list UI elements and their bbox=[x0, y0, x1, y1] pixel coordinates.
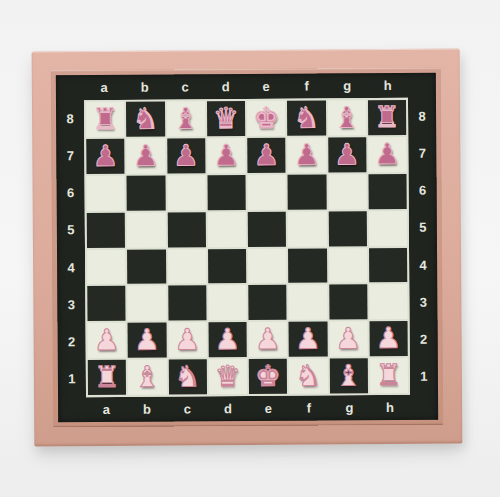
rank-label-3: 3 bbox=[68, 297, 75, 312]
rank-label-4: 4 bbox=[419, 257, 426, 272]
square-a7[interactable]: ♟ bbox=[86, 139, 124, 174]
piece-white-pawn[interactable]: ♟ bbox=[335, 324, 361, 353]
square-f6[interactable] bbox=[288, 174, 326, 209]
piece-black-pawn[interactable]: ♟ bbox=[92, 142, 118, 171]
file-labels-bottom: abcdefgh bbox=[86, 395, 410, 422]
square-f7[interactable]: ♟ bbox=[287, 137, 325, 172]
board-coordinate-margin: abcdefgh 87654321 ♜♞♝♛♚♞♝♜♟♟♟♟♟♟♟♟♟♟♟♟♟♟… bbox=[56, 73, 438, 423]
square-c3[interactable] bbox=[168, 286, 206, 321]
frame-inner-lip: abcdefgh 87654321 ♜♞♝♛♚♞♝♜♟♟♟♟♟♟♟♟♟♟♟♟♟♟… bbox=[51, 68, 443, 428]
rank-label-4: 4 bbox=[67, 260, 74, 275]
piece-white-pawn[interactable]: ♟ bbox=[375, 324, 401, 353]
square-b4[interactable] bbox=[127, 249, 165, 284]
piece-black-pawn[interactable]: ♟ bbox=[334, 140, 360, 169]
piece-white-pawn[interactable]: ♟ bbox=[295, 325, 321, 354]
piece-black-queen[interactable]: ♛ bbox=[213, 104, 239, 133]
rank-label-5: 5 bbox=[67, 223, 74, 238]
file-label-e: e bbox=[248, 401, 289, 416]
piece-black-knight[interactable]: ♞ bbox=[293, 103, 319, 132]
piece-black-pawn[interactable]: ♟ bbox=[133, 141, 159, 170]
file-label-g: g bbox=[329, 400, 370, 415]
square-g3[interactable] bbox=[329, 285, 367, 320]
square-c5[interactable] bbox=[167, 212, 205, 247]
square-a2[interactable]: ♟ bbox=[88, 323, 126, 358]
rank-label-8: 8 bbox=[418, 109, 425, 124]
square-d8[interactable]: ♛ bbox=[207, 101, 245, 136]
piece-black-pawn[interactable]: ♟ bbox=[253, 141, 279, 170]
rank-label-1: 1 bbox=[420, 369, 427, 384]
square-f1[interactable]: ♞ bbox=[289, 359, 327, 394]
rank-label-5: 5 bbox=[419, 220, 426, 235]
square-c8[interactable]: ♝ bbox=[166, 101, 204, 136]
file-label-g: g bbox=[327, 78, 368, 93]
file-label-e: e bbox=[246, 79, 287, 94]
square-d1[interactable]: ♛ bbox=[209, 359, 247, 394]
square-h2[interactable]: ♟ bbox=[369, 321, 407, 356]
square-h3[interactable] bbox=[369, 284, 407, 319]
file-label-a: a bbox=[84, 80, 125, 95]
square-d7[interactable]: ♟ bbox=[207, 138, 245, 173]
square-f8[interactable]: ♞ bbox=[287, 100, 325, 135]
square-a6[interactable] bbox=[86, 176, 124, 211]
square-b7[interactable]: ♟ bbox=[126, 138, 164, 173]
photo-background: abcdefgh 87654321 ♜♞♝♛♚♞♝♜♟♟♟♟♟♟♟♟♟♟♟♟♟♟… bbox=[0, 0, 500, 497]
piece-black-king[interactable]: ♚ bbox=[253, 104, 279, 133]
square-e8[interactable]: ♚ bbox=[247, 101, 285, 136]
piece-white-knight[interactable]: ♞ bbox=[295, 362, 321, 391]
square-b1[interactable]: ♝ bbox=[128, 360, 166, 395]
square-g7[interactable]: ♟ bbox=[328, 137, 366, 172]
file-label-f: f bbox=[289, 400, 330, 415]
square-e6[interactable] bbox=[247, 174, 285, 209]
square-b2[interactable]: ♟ bbox=[128, 323, 166, 358]
square-f2[interactable]: ♟ bbox=[289, 322, 327, 357]
file-label-c: c bbox=[167, 401, 208, 416]
piece-black-pawn[interactable]: ♟ bbox=[213, 141, 239, 170]
square-h5[interactable] bbox=[368, 211, 406, 246]
square-e7[interactable]: ♟ bbox=[247, 138, 285, 173]
piece-black-pawn[interactable]: ♟ bbox=[173, 141, 199, 170]
piece-white-bishop[interactable]: ♝ bbox=[134, 363, 160, 392]
square-e2[interactable]: ♟ bbox=[249, 322, 287, 357]
square-d6[interactable] bbox=[207, 175, 245, 210]
square-d3[interactable] bbox=[208, 285, 246, 320]
piece-white-pawn[interactable]: ♟ bbox=[255, 325, 281, 354]
square-g8[interactable]: ♝ bbox=[327, 100, 365, 135]
square-h6[interactable] bbox=[368, 174, 406, 209]
piece-white-pawn[interactable]: ♟ bbox=[214, 325, 240, 354]
square-e1[interactable]: ♚ bbox=[249, 359, 287, 394]
piece-white-king[interactable]: ♚ bbox=[255, 362, 281, 391]
square-d5[interactable] bbox=[208, 212, 246, 247]
rank-label-2: 2 bbox=[68, 334, 75, 349]
square-g5[interactable] bbox=[328, 211, 366, 246]
square-f5[interactable] bbox=[288, 211, 326, 246]
piece-white-pawn[interactable]: ♟ bbox=[174, 326, 200, 355]
square-c1[interactable]: ♞ bbox=[168, 359, 206, 394]
square-c2[interactable]: ♟ bbox=[168, 323, 206, 358]
square-c4[interactable] bbox=[168, 249, 206, 284]
piece-white-queen[interactable]: ♛ bbox=[215, 362, 241, 391]
square-a5[interactable] bbox=[87, 212, 125, 247]
piece-white-knight[interactable]: ♞ bbox=[174, 362, 200, 391]
square-g2[interactable]: ♟ bbox=[329, 321, 367, 356]
rank-label-3: 3 bbox=[420, 294, 427, 309]
square-e4[interactable] bbox=[248, 248, 286, 283]
piece-white-pawn[interactable]: ♟ bbox=[134, 326, 160, 355]
square-a3[interactable] bbox=[87, 286, 125, 321]
square-h4[interactable] bbox=[369, 247, 407, 282]
file-label-b: b bbox=[127, 402, 168, 417]
board-frame: abcdefgh 87654321 ♜♞♝♛♚♞♝♜♟♟♟♟♟♟♟♟♟♟♟♟♟♟… bbox=[32, 49, 463, 447]
piece-black-pawn[interactable]: ♟ bbox=[294, 140, 320, 169]
rank-labels-right: 87654321 bbox=[408, 98, 438, 395]
file-label-b: b bbox=[124, 80, 165, 95]
rank-label-7: 7 bbox=[419, 146, 426, 161]
square-c6[interactable] bbox=[167, 175, 205, 210]
file-label-f: f bbox=[286, 78, 327, 93]
chess-board: ♜♞♝♛♚♞♝♜♟♟♟♟♟♟♟♟♟♟♟♟♟♟♟♟♜♝♞♛♚♞♝♜ bbox=[84, 98, 410, 397]
file-label-d: d bbox=[205, 79, 246, 94]
square-d2[interactable]: ♟ bbox=[208, 322, 246, 357]
square-a4[interactable] bbox=[87, 249, 125, 284]
rank-label-7: 7 bbox=[67, 148, 74, 163]
piece-white-rook[interactable]: ♜ bbox=[376, 361, 402, 390]
square-g4[interactable] bbox=[329, 248, 367, 283]
piece-black-knight[interactable]: ♞ bbox=[132, 105, 158, 134]
piece-white-rook[interactable]: ♜ bbox=[94, 363, 120, 392]
file-label-a: a bbox=[86, 402, 127, 417]
square-b8[interactable]: ♞ bbox=[126, 102, 164, 137]
rank-label-8: 8 bbox=[66, 111, 73, 126]
square-f4[interactable] bbox=[288, 248, 326, 283]
square-d4[interactable] bbox=[208, 249, 246, 284]
square-a1[interactable]: ♜ bbox=[88, 360, 126, 395]
file-label-h: h bbox=[370, 400, 411, 415]
square-g1[interactable]: ♝ bbox=[329, 358, 367, 393]
square-h7[interactable]: ♟ bbox=[368, 137, 406, 172]
square-b6[interactable] bbox=[127, 175, 165, 210]
square-h8[interactable]: ♜ bbox=[368, 100, 406, 135]
piece-white-pawn[interactable]: ♟ bbox=[94, 326, 120, 355]
file-label-d: d bbox=[208, 401, 249, 416]
piece-black-pawn[interactable]: ♟ bbox=[374, 140, 400, 169]
piece-white-bishop[interactable]: ♝ bbox=[335, 361, 361, 390]
rank-label-6: 6 bbox=[419, 183, 426, 198]
piece-black-bishop[interactable]: ♝ bbox=[334, 103, 360, 132]
square-c7[interactable]: ♟ bbox=[167, 138, 205, 173]
rank-label-6: 6 bbox=[67, 186, 74, 201]
rank-label-1: 1 bbox=[68, 371, 75, 386]
piece-black-rook[interactable]: ♜ bbox=[374, 103, 400, 132]
piece-black-rook[interactable]: ♜ bbox=[92, 105, 118, 134]
file-label-h: h bbox=[367, 78, 408, 93]
rank-label-2: 2 bbox=[420, 332, 427, 347]
rank-labels-left: 87654321 bbox=[56, 100, 86, 397]
square-a8[interactable]: ♜ bbox=[86, 102, 124, 137]
file-label-c: c bbox=[165, 79, 206, 94]
square-h1[interactable]: ♜ bbox=[370, 358, 408, 393]
file-labels-top: abcdefgh bbox=[84, 73, 408, 100]
square-e5[interactable] bbox=[248, 211, 286, 246]
square-g6[interactable] bbox=[328, 174, 366, 209]
square-b5[interactable] bbox=[127, 212, 165, 247]
piece-black-bishop[interactable]: ♝ bbox=[173, 104, 199, 133]
square-b3[interactable] bbox=[128, 286, 166, 321]
square-e3[interactable] bbox=[248, 285, 286, 320]
square-f3[interactable] bbox=[289, 285, 327, 320]
